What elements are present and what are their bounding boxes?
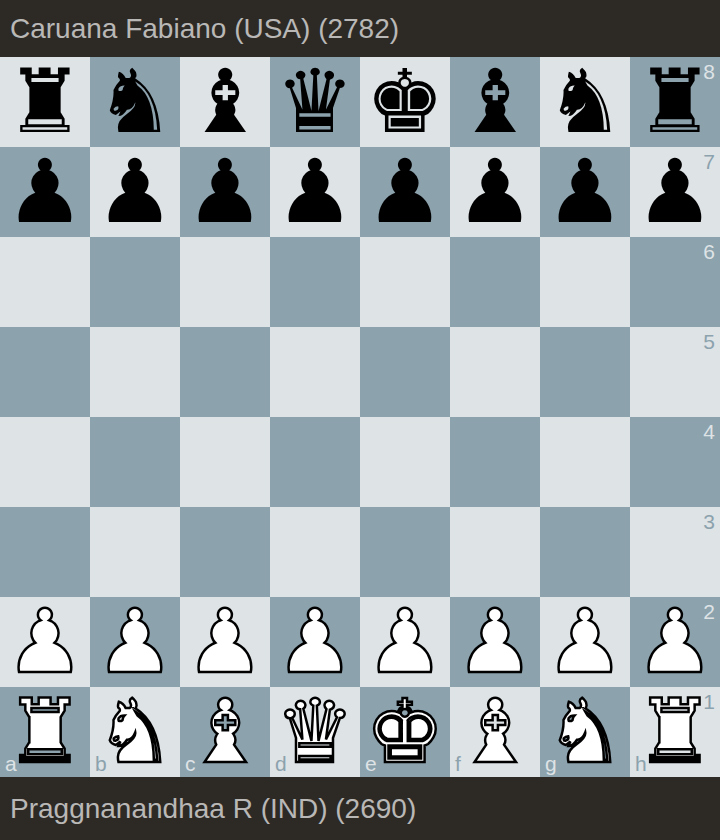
square-f6[interactable] — [450, 237, 540, 327]
white-bishop[interactable]: ♝ — [180, 687, 270, 777]
square-e7[interactable]: ♟ — [360, 147, 450, 237]
black-bishop[interactable]: ♝ — [450, 57, 540, 147]
square-a1[interactable]: ♜a — [0, 687, 90, 777]
square-d6[interactable] — [270, 237, 360, 327]
white-knight[interactable]: ♞ — [90, 687, 180, 777]
square-b8[interactable]: ♞ — [90, 57, 180, 147]
square-b1[interactable]: ♞b — [90, 687, 180, 777]
black-rook[interactable]: ♜ — [0, 57, 90, 147]
square-h4[interactable]: 4 — [630, 417, 720, 507]
square-b5[interactable] — [90, 327, 180, 417]
square-a7[interactable]: ♟ — [0, 147, 90, 237]
square-e1[interactable]: ♚e — [360, 687, 450, 777]
black-knight[interactable]: ♞ — [90, 57, 180, 147]
square-h3[interactable]: 3 — [630, 507, 720, 597]
black-queen[interactable]: ♛ — [270, 57, 360, 147]
white-pawn[interactable]: ♟ — [270, 597, 360, 687]
square-c8[interactable]: ♝ — [180, 57, 270, 147]
black-king[interactable]: ♚ — [360, 57, 450, 147]
square-b6[interactable] — [90, 237, 180, 327]
rank-label-3: 3 — [703, 511, 715, 532]
square-f4[interactable] — [450, 417, 540, 507]
square-d7[interactable]: ♟ — [270, 147, 360, 237]
black-knight[interactable]: ♞ — [540, 57, 630, 147]
square-f1[interactable]: ♝f — [450, 687, 540, 777]
square-d4[interactable] — [270, 417, 360, 507]
square-h5[interactable]: 5 — [630, 327, 720, 417]
square-b2[interactable]: ♟ — [90, 597, 180, 687]
white-knight[interactable]: ♞ — [540, 687, 630, 777]
square-f5[interactable] — [450, 327, 540, 417]
chess-game-view: Caruana Fabiano (USA) (2782) ♜♞♝♛♚♝♞♜8♟♟… — [0, 0, 720, 840]
square-d8[interactable]: ♛ — [270, 57, 360, 147]
white-pawn[interactable]: ♟ — [450, 597, 540, 687]
square-g4[interactable] — [540, 417, 630, 507]
square-e5[interactable] — [360, 327, 450, 417]
black-pawn[interactable]: ♟ — [540, 147, 630, 237]
square-b4[interactable] — [90, 417, 180, 507]
square-a4[interactable] — [0, 417, 90, 507]
black-pawn[interactable]: ♟ — [270, 147, 360, 237]
square-d3[interactable] — [270, 507, 360, 597]
black-pawn[interactable]: ♟ — [630, 147, 720, 237]
white-pawn[interactable]: ♟ — [180, 597, 270, 687]
square-e4[interactable] — [360, 417, 450, 507]
square-d1[interactable]: ♛d — [270, 687, 360, 777]
black-pawn[interactable]: ♟ — [360, 147, 450, 237]
square-g6[interactable] — [540, 237, 630, 327]
square-c2[interactable]: ♟ — [180, 597, 270, 687]
white-pawn[interactable]: ♟ — [360, 597, 450, 687]
square-g8[interactable]: ♞ — [540, 57, 630, 147]
square-g2[interactable]: ♟ — [540, 597, 630, 687]
square-g7[interactable]: ♟ — [540, 147, 630, 237]
square-c7[interactable]: ♟ — [180, 147, 270, 237]
square-h1[interactable]: ♜1h — [630, 687, 720, 777]
square-e8[interactable]: ♚ — [360, 57, 450, 147]
square-b3[interactable] — [90, 507, 180, 597]
square-a6[interactable] — [0, 237, 90, 327]
black-rook[interactable]: ♜ — [630, 57, 720, 147]
square-c1[interactable]: ♝c — [180, 687, 270, 777]
square-c6[interactable] — [180, 237, 270, 327]
black-pawn[interactable]: ♟ — [90, 147, 180, 237]
white-rook[interactable]: ♜ — [630, 687, 720, 777]
square-a8[interactable]: ♜ — [0, 57, 90, 147]
square-h7[interactable]: ♟7 — [630, 147, 720, 237]
square-c4[interactable] — [180, 417, 270, 507]
black-bishop[interactable]: ♝ — [180, 57, 270, 147]
square-a3[interactable] — [0, 507, 90, 597]
white-queen[interactable]: ♛ — [270, 687, 360, 777]
white-rook[interactable]: ♜ — [0, 687, 90, 777]
square-e3[interactable] — [360, 507, 450, 597]
square-g1[interactable]: ♞g — [540, 687, 630, 777]
white-pawn[interactable]: ♟ — [90, 597, 180, 687]
top-player-label: Caruana Fabiano (USA) (2782) — [10, 13, 399, 45]
square-c5[interactable] — [180, 327, 270, 417]
rank-label-6: 6 — [703, 241, 715, 262]
top-player-bar: Caruana Fabiano (USA) (2782) — [0, 0, 720, 57]
white-pawn[interactable]: ♟ — [540, 597, 630, 687]
square-d5[interactable] — [270, 327, 360, 417]
black-pawn[interactable]: ♟ — [180, 147, 270, 237]
square-g3[interactable] — [540, 507, 630, 597]
bottom-player-label: Praggnanandhaa R (IND) (2690) — [10, 793, 416, 825]
white-king[interactable]: ♚ — [360, 687, 450, 777]
chess-board: ♜♞♝♛♚♝♞♜8♟♟♟♟♟♟♟♟76543♟♟♟♟♟♟♟♟2♜a♞b♝c♛d♚… — [0, 57, 720, 777]
square-h8[interactable]: ♜8 — [630, 57, 720, 147]
square-g5[interactable] — [540, 327, 630, 417]
square-f8[interactable]: ♝ — [450, 57, 540, 147]
square-b7[interactable]: ♟ — [90, 147, 180, 237]
black-pawn[interactable]: ♟ — [450, 147, 540, 237]
square-d2[interactable]: ♟ — [270, 597, 360, 687]
square-f2[interactable]: ♟ — [450, 597, 540, 687]
square-f3[interactable] — [450, 507, 540, 597]
square-c3[interactable] — [180, 507, 270, 597]
rank-label-4: 4 — [703, 421, 715, 442]
square-f7[interactable]: ♟ — [450, 147, 540, 237]
square-a5[interactable] — [0, 327, 90, 417]
white-pawn[interactable]: ♟ — [0, 597, 90, 687]
square-e6[interactable] — [360, 237, 450, 327]
white-pawn[interactable]: ♟ — [630, 597, 720, 687]
square-h6[interactable]: 6 — [630, 237, 720, 327]
bottom-player-bar: Praggnanandhaa R (IND) (2690) — [0, 777, 720, 840]
square-h2[interactable]: ♟2 — [630, 597, 720, 687]
rank-label-5: 5 — [703, 331, 715, 352]
black-pawn[interactable]: ♟ — [0, 147, 90, 237]
square-a2[interactable]: ♟ — [0, 597, 90, 687]
white-bishop[interactable]: ♝ — [450, 687, 540, 777]
square-e2[interactable]: ♟ — [360, 597, 450, 687]
